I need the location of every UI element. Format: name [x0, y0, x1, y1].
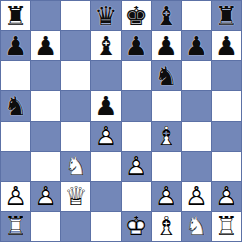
square-h5[interactable]	[212, 91, 241, 120]
square-f3[interactable]	[152, 152, 181, 181]
piece-black-bishop: ♝	[92, 32, 120, 60]
piece-glyph-outline: ♕	[62, 182, 90, 210]
piece-white-bishop: ♝♗	[152, 212, 180, 240]
piece-black-rook: ♜	[212, 2, 240, 30]
square-f6[interactable]: ♞	[152, 61, 181, 90]
piece-glyph-fill: ♟	[2, 32, 30, 60]
square-e5[interactable]	[122, 91, 151, 120]
piece-glyph-fill: ♜	[2, 2, 30, 30]
piece-glyph-fill: ♟	[32, 32, 60, 60]
square-b6[interactable]	[31, 61, 60, 90]
square-h6[interactable]	[212, 61, 241, 90]
square-g8[interactable]	[182, 1, 211, 30]
square-g2[interactable]: ♟♙	[182, 182, 211, 211]
square-h7[interactable]: ♟	[212, 31, 241, 60]
piece-glyph-fill: ♞	[2, 92, 30, 120]
square-e1[interactable]: ♚♔	[122, 212, 151, 241]
square-c3[interactable]: ♞♘	[61, 152, 90, 181]
piece-black-knight: ♞	[152, 62, 180, 90]
square-a7[interactable]: ♟	[1, 31, 30, 60]
square-d1[interactable]	[91, 212, 120, 241]
square-b5[interactable]	[31, 91, 60, 120]
piece-black-pawn: ♟	[32, 32, 60, 60]
square-h8[interactable]: ♜	[212, 1, 241, 30]
piece-white-knight: ♞♘	[182, 212, 210, 240]
piece-white-pawn: ♟♙	[122, 152, 150, 180]
square-f7[interactable]: ♟	[152, 31, 181, 60]
square-a6[interactable]	[1, 61, 30, 90]
piece-glyph-outline: ♙	[212, 182, 240, 210]
square-d3[interactable]	[91, 152, 120, 181]
piece-glyph-fill: ♟	[212, 32, 240, 60]
square-h3[interactable]	[212, 152, 241, 181]
square-c4[interactable]	[61, 122, 90, 151]
piece-glyph-fill: ♟	[182, 32, 210, 60]
square-h4[interactable]	[212, 122, 241, 151]
square-d4[interactable]: ♟♙	[91, 122, 120, 151]
chess-board: ♜♛♚♝♜♟♟♝♟♟♟♟♞♞♟♟♙♝♗♞♘♟♙♟♙♟♙♛♕♟♙♟♙♟♙♜♖♚♔♝…	[0, 0, 242, 242]
square-a1[interactable]: ♜♖	[1, 212, 30, 241]
piece-glyph-outline: ♙	[92, 122, 120, 150]
square-e8[interactable]: ♚	[122, 1, 151, 30]
piece-black-bishop: ♝	[152, 2, 180, 30]
square-d7[interactable]: ♝	[91, 31, 120, 60]
square-g3[interactable]	[182, 152, 211, 181]
square-e3[interactable]: ♟♙	[122, 152, 151, 181]
square-h1[interactable]: ♜♖	[212, 212, 241, 241]
piece-glyph-outline: ♖	[212, 212, 240, 240]
piece-white-pawn: ♟♙	[182, 182, 210, 210]
piece-glyph-fill: ♞	[152, 62, 180, 90]
piece-glyph-fill: ♟	[122, 32, 150, 60]
square-d6[interactable]	[91, 61, 120, 90]
piece-white-king: ♚♔	[122, 212, 150, 240]
square-e4[interactable]	[122, 122, 151, 151]
piece-black-rook: ♜	[2, 2, 30, 30]
piece-glyph-fill: ♝	[92, 32, 120, 60]
square-g5[interactable]	[182, 91, 211, 120]
square-g4[interactable]	[182, 122, 211, 151]
square-a8[interactable]: ♜	[1, 1, 30, 30]
piece-glyph-outline: ♙	[152, 182, 180, 210]
piece-white-pawn: ♟♙	[2, 182, 30, 210]
square-a3[interactable]	[1, 152, 30, 181]
piece-glyph-outline: ♙	[122, 152, 150, 180]
square-e7[interactable]: ♟	[122, 31, 151, 60]
square-b3[interactable]	[31, 152, 60, 181]
piece-glyph-outline: ♙	[32, 182, 60, 210]
piece-glyph-outline: ♖	[2, 212, 30, 240]
piece-glyph-outline: ♘	[182, 212, 210, 240]
piece-black-pawn: ♟	[212, 32, 240, 60]
piece-white-rook: ♜♖	[2, 212, 30, 240]
square-c2[interactable]: ♛♕	[61, 182, 90, 211]
square-g7[interactable]: ♟	[182, 31, 211, 60]
square-a2[interactable]: ♟♙	[1, 182, 30, 211]
piece-white-pawn: ♟♙	[92, 122, 120, 150]
piece-glyph-outline: ♔	[122, 212, 150, 240]
square-c8[interactable]	[61, 1, 90, 30]
piece-glyph-outline: ♗	[152, 122, 180, 150]
square-c1[interactable]	[61, 212, 90, 241]
piece-white-pawn: ♟♙	[152, 182, 180, 210]
piece-black-knight: ♞	[2, 92, 30, 120]
square-e6[interactable]	[122, 61, 151, 90]
piece-black-pawn: ♟	[182, 32, 210, 60]
square-d5[interactable]: ♟	[91, 91, 120, 120]
square-g1[interactable]: ♞♘	[182, 212, 211, 241]
piece-white-knight: ♞♘	[62, 152, 90, 180]
piece-black-king: ♚	[122, 2, 150, 30]
square-d2[interactable]	[91, 182, 120, 211]
piece-white-rook: ♜♖	[212, 212, 240, 240]
piece-glyph-outline: ♙	[182, 182, 210, 210]
piece-glyph-outline: ♗	[152, 212, 180, 240]
piece-black-queen: ♛	[92, 2, 120, 30]
piece-glyph-fill: ♚	[122, 2, 150, 30]
piece-glyph-outline: ♘	[62, 152, 90, 180]
square-b2[interactable]: ♟♙	[31, 182, 60, 211]
piece-black-pawn: ♟	[152, 32, 180, 60]
square-c5[interactable]	[61, 91, 90, 120]
piece-white-pawn: ♟♙	[212, 182, 240, 210]
square-a5[interactable]: ♞	[1, 91, 30, 120]
piece-glyph-outline: ♙	[2, 182, 30, 210]
square-c7[interactable]	[61, 31, 90, 60]
square-c6[interactable]	[61, 61, 90, 90]
square-h2[interactable]: ♟♙	[212, 182, 241, 211]
square-d8[interactable]: ♛	[91, 1, 120, 30]
piece-glyph-fill: ♝	[152, 2, 180, 30]
piece-black-pawn: ♟	[122, 32, 150, 60]
square-f5[interactable]	[152, 91, 181, 120]
square-b1[interactable]	[31, 212, 60, 241]
square-f4[interactable]: ♝♗	[152, 122, 181, 151]
piece-glyph-fill: ♜	[212, 2, 240, 30]
piece-white-queen: ♛♕	[62, 182, 90, 210]
piece-glyph-fill: ♛	[92, 2, 120, 30]
square-b8[interactable]	[31, 1, 60, 30]
square-b7[interactable]: ♟	[31, 31, 60, 60]
piece-glyph-fill: ♟	[92, 92, 120, 120]
piece-black-pawn: ♟	[2, 32, 30, 60]
square-b4[interactable]	[31, 122, 60, 151]
square-f1[interactable]: ♝♗	[152, 212, 181, 241]
piece-glyph-fill: ♟	[152, 32, 180, 60]
piece-white-pawn: ♟♙	[32, 182, 60, 210]
piece-white-bishop: ♝♗	[152, 122, 180, 150]
square-g6[interactable]	[182, 61, 211, 90]
square-e2[interactable]	[122, 182, 151, 211]
square-f8[interactable]: ♝	[152, 1, 181, 30]
square-a4[interactable]	[1, 122, 30, 151]
piece-black-pawn: ♟	[92, 92, 120, 120]
square-f2[interactable]: ♟♙	[152, 182, 181, 211]
